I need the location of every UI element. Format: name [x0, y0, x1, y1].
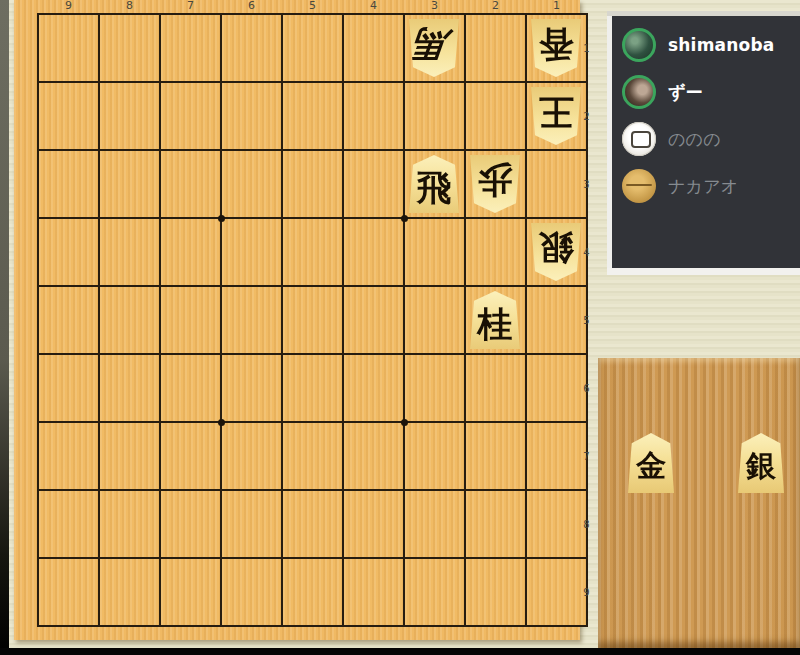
board-cell-44[interactable]: [344, 219, 403, 285]
participant-row: shimanoba: [612, 25, 800, 65]
board-cell-65[interactable]: [222, 287, 281, 353]
panel-border-bottom: [607, 268, 800, 275]
board-cell-17[interactable]: [527, 423, 586, 489]
board-cell-56[interactable]: [283, 355, 342, 421]
board-cell-15[interactable]: [527, 287, 586, 353]
board-cell-73[interactable]: [161, 151, 220, 217]
board-cell-89[interactable]: [100, 559, 159, 625]
board-cell-64[interactable]: [222, 219, 281, 285]
piece-sente-rook[interactable]: 飛: [409, 155, 459, 213]
star-point: [218, 215, 225, 222]
voice-participants-panel: shimanobaずーのののナカアオ: [612, 16, 800, 268]
participant-name: ののの: [668, 128, 721, 151]
participant-row: ののの: [612, 119, 800, 159]
board-cell-26[interactable]: [466, 355, 525, 421]
board-cell-52[interactable]: [283, 83, 342, 149]
file-label-6: 6: [222, 0, 281, 12]
board-cell-98[interactable]: [39, 491, 98, 557]
rank-label-2: 2: [580, 111, 593, 122]
board-cell-82[interactable]: [100, 83, 159, 149]
board-cell-87[interactable]: [100, 423, 159, 489]
star-point: [401, 215, 408, 222]
board-cell-58[interactable]: [283, 491, 342, 557]
board-cell-68[interactable]: [222, 491, 281, 557]
board-cell-62[interactable]: [222, 83, 281, 149]
file-label-3: 3: [405, 0, 464, 12]
board-cell-22[interactable]: [466, 83, 525, 149]
hand-piece-silver[interactable]: 銀: [738, 433, 784, 493]
board-cell-99[interactable]: [39, 559, 98, 625]
board-cell-91[interactable]: [39, 15, 98, 81]
piece-glyph: 銀: [539, 232, 574, 267]
board-cell-16[interactable]: [527, 355, 586, 421]
board-cell-29[interactable]: [466, 559, 525, 625]
file-label-4: 4: [344, 0, 403, 12]
board-cell-37[interactable]: [405, 423, 464, 489]
rank-label-4: 4: [580, 247, 593, 258]
board-cell-54[interactable]: [283, 219, 342, 285]
piece-glyph: 王: [539, 96, 574, 131]
board-cell-41[interactable]: [344, 15, 403, 81]
board-cell-32[interactable]: [405, 83, 464, 149]
piece-gote-king[interactable]: 王: [531, 87, 581, 145]
file-label-5: 5: [283, 0, 342, 12]
board-cell-35[interactable]: [405, 287, 464, 353]
board-cell-43[interactable]: [344, 151, 403, 217]
participant-row: ナカアオ: [612, 166, 800, 206]
board-cell-51[interactable]: [283, 15, 342, 81]
avatar-1[interactable]: [622, 28, 656, 62]
piece-sente-knight[interactable]: 桂: [470, 291, 520, 349]
star-point: [401, 419, 408, 426]
piece-glyph: 馬: [415, 28, 454, 63]
board-cell-18[interactable]: [527, 491, 586, 557]
piece-gote-lance[interactable]: 香: [531, 19, 581, 77]
piece-glyph: 金: [636, 446, 666, 487]
board-cell-78[interactable]: [161, 491, 220, 557]
file-label-8: 8: [100, 0, 159, 12]
board-cell-97[interactable]: [39, 423, 98, 489]
board-cell-38[interactable]: [405, 491, 464, 557]
board-cell-47[interactable]: [344, 423, 403, 489]
board-cell-57[interactable]: [283, 423, 342, 489]
board-cell-45[interactable]: [344, 287, 403, 353]
board-cell-81[interactable]: [100, 15, 159, 81]
board-cell-76[interactable]: [161, 355, 220, 421]
board-cell-94[interactable]: [39, 219, 98, 285]
board-cell-61[interactable]: [222, 15, 281, 81]
board-cell-21[interactable]: [466, 15, 525, 81]
board-cell-86[interactable]: [100, 355, 159, 421]
rank-label-8: 8: [580, 519, 593, 530]
piece-glyph: 飛: [417, 170, 452, 205]
board-cell-36[interactable]: [405, 355, 464, 421]
board-cell-96[interactable]: [39, 355, 98, 421]
board-cell-71[interactable]: [161, 15, 220, 81]
capture-edge-bottom: [0, 648, 800, 655]
board-cell-88[interactable]: [100, 491, 159, 557]
board-cell-69[interactable]: [222, 559, 281, 625]
hand-piece-gold[interactable]: 金: [628, 433, 674, 493]
board-cell-49[interactable]: [344, 559, 403, 625]
participant-name: ナカアオ: [668, 175, 738, 198]
board-cell-83[interactable]: [100, 151, 159, 217]
board-cell-85[interactable]: [100, 287, 159, 353]
board-cell-48[interactable]: [344, 491, 403, 557]
star-point: [218, 419, 225, 426]
capture-edge-left: [0, 0, 9, 655]
piece-gote-silver[interactable]: 銀: [531, 223, 581, 281]
board-cell-46[interactable]: [344, 355, 403, 421]
shogi-board: 987654321 123456789 馬香王飛歩銀桂: [14, 0, 580, 640]
piece-glyph: 銀: [746, 446, 776, 487]
board-cell-24[interactable]: [466, 219, 525, 285]
board-cell-63[interactable]: [222, 151, 281, 217]
board-cell-66[interactable]: [222, 355, 281, 421]
board-cell-77[interactable]: [161, 423, 220, 489]
board-cell-72[interactable]: [161, 83, 220, 149]
screen-background: 987654321 123456789 馬香王飛歩銀桂 shimanobaずーの…: [0, 0, 800, 655]
board-cell-59[interactable]: [283, 559, 342, 625]
piece-glyph: 香: [539, 28, 574, 63]
rank-label-9: 9: [580, 587, 593, 598]
participant-name: shimanoba: [668, 35, 774, 55]
piece-stand: 金銀: [598, 358, 800, 648]
board-cell-95[interactable]: [39, 287, 98, 353]
board-cell-67[interactable]: [222, 423, 281, 489]
participant-row: ずー: [612, 72, 800, 112]
rank-label-3: 3: [580, 179, 593, 190]
piece-gote-pawn[interactable]: 歩: [470, 155, 520, 213]
board-cell-34[interactable]: [405, 219, 464, 285]
board-cell-93[interactable]: [39, 151, 98, 217]
board-cell-28[interactable]: [466, 491, 525, 557]
rank-label-6: 6: [580, 383, 593, 394]
piece-glyph: 桂: [478, 306, 513, 341]
avatar-4[interactable]: [622, 169, 656, 203]
participant-name: ずー: [668, 81, 703, 104]
board-cell-53[interactable]: [283, 151, 342, 217]
board-cell-55[interactable]: [283, 287, 342, 353]
board-cell-84[interactable]: [100, 219, 159, 285]
avatar-2[interactable]: [622, 75, 656, 109]
file-label-7: 7: [161, 0, 220, 12]
board-cell-79[interactable]: [161, 559, 220, 625]
avatar-3[interactable]: [622, 122, 656, 156]
rank-label-1: 1: [580, 43, 593, 54]
board-cell-19[interactable]: [527, 559, 586, 625]
piece-glyph: 歩: [478, 164, 513, 199]
rank-label-7: 7: [580, 451, 593, 462]
board-cell-92[interactable]: [39, 83, 98, 149]
board-cell-75[interactable]: [161, 287, 220, 353]
board-cell-74[interactable]: [161, 219, 220, 285]
rank-label-5: 5: [580, 315, 593, 326]
file-label-2: 2: [466, 0, 525, 12]
file-label-1: 1: [527, 0, 586, 12]
board-cell-13[interactable]: [527, 151, 586, 217]
piece-gote-promoted-bishop[interactable]: 馬: [409, 19, 459, 77]
file-label-9: 9: [39, 0, 98, 12]
board-cell-27[interactable]: [466, 423, 525, 489]
board-cell-42[interactable]: [344, 83, 403, 149]
board-cell-39[interactable]: [405, 559, 464, 625]
